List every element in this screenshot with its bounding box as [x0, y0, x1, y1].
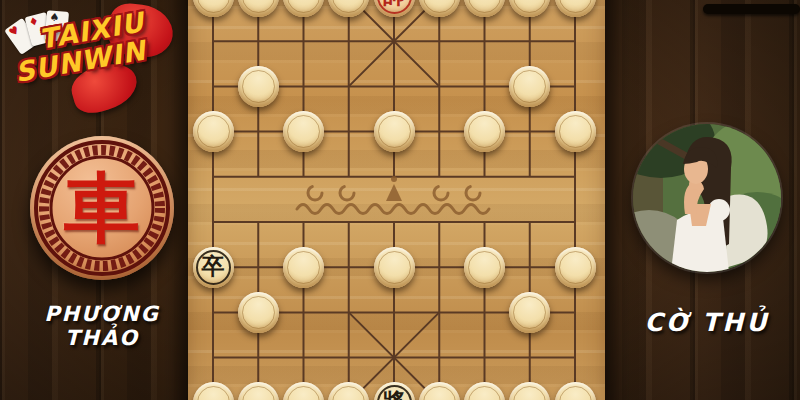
board-pieces: 帥卒將	[188, 0, 605, 400]
piece-facedown[interactable]	[509, 0, 550, 17]
left-player-badge-piece: 車	[30, 136, 174, 280]
piece-facedown[interactable]	[555, 382, 596, 400]
right-player-name: CỜ THỦ	[618, 308, 796, 337]
wood-plank-gap	[703, 4, 800, 14]
piece-facedown[interactable]	[238, 292, 279, 333]
piece-facedown[interactable]	[328, 0, 369, 17]
xiangqi-board[interactable]: 帥卒將	[188, 0, 605, 400]
piece-glyph: 帥	[383, 0, 406, 7]
piece-facedown[interactable]	[374, 111, 415, 152]
piece-facedown[interactable]	[328, 382, 369, 400]
piece-facedown[interactable]	[419, 382, 460, 400]
piece-facedown[interactable]	[555, 0, 596, 17]
piece-facedown[interactable]	[374, 247, 415, 288]
game-screen: 帥卒將 ♥ ♦ ♠ TAIXIU SUNWIN 車 PHƯƠNG THẢO CỜ…	[0, 0, 800, 400]
piece-facedown[interactable]	[283, 111, 324, 152]
piece-facedown[interactable]	[509, 292, 550, 333]
piece-facedown[interactable]	[283, 382, 324, 400]
right-player-avatar	[633, 124, 781, 272]
piece-facedown[interactable]	[238, 0, 279, 17]
piece-facedown[interactable]	[238, 66, 279, 107]
piece-black-revealed[interactable]: 將	[374, 382, 415, 400]
piece-facedown[interactable]	[283, 247, 324, 288]
piece-facedown[interactable]	[555, 111, 596, 152]
piece-facedown[interactable]	[509, 66, 550, 107]
piece-glyph: 將	[383, 390, 406, 400]
piece-facedown[interactable]	[464, 382, 505, 400]
piece-facedown[interactable]	[193, 111, 234, 152]
piece-red-revealed[interactable]: 帥	[374, 0, 415, 17]
taixiu-sunwin-logo: ♥ ♦ ♠ TAIXIU SUNWIN	[2, 0, 199, 123]
piece-facedown[interactable]	[464, 0, 505, 17]
piece-facedown[interactable]	[464, 111, 505, 152]
piece-facedown[interactable]	[419, 0, 460, 17]
piece-facedown[interactable]	[193, 382, 234, 400]
piece-facedown[interactable]	[283, 0, 324, 17]
piece-facedown[interactable]	[509, 382, 550, 400]
piece-facedown[interactable]	[193, 0, 234, 17]
piece-facedown[interactable]	[555, 247, 596, 288]
heart-pip-icon: ♥	[7, 24, 21, 39]
piece-facedown[interactable]	[464, 247, 505, 288]
chariot-glyph: 車	[64, 170, 140, 246]
piece-black-revealed[interactable]: 卒	[193, 247, 234, 288]
piece-glyph: 卒	[202, 255, 225, 278]
piece-facedown[interactable]	[238, 382, 279, 400]
left-player-name: PHƯƠNG THẢO	[6, 302, 198, 350]
